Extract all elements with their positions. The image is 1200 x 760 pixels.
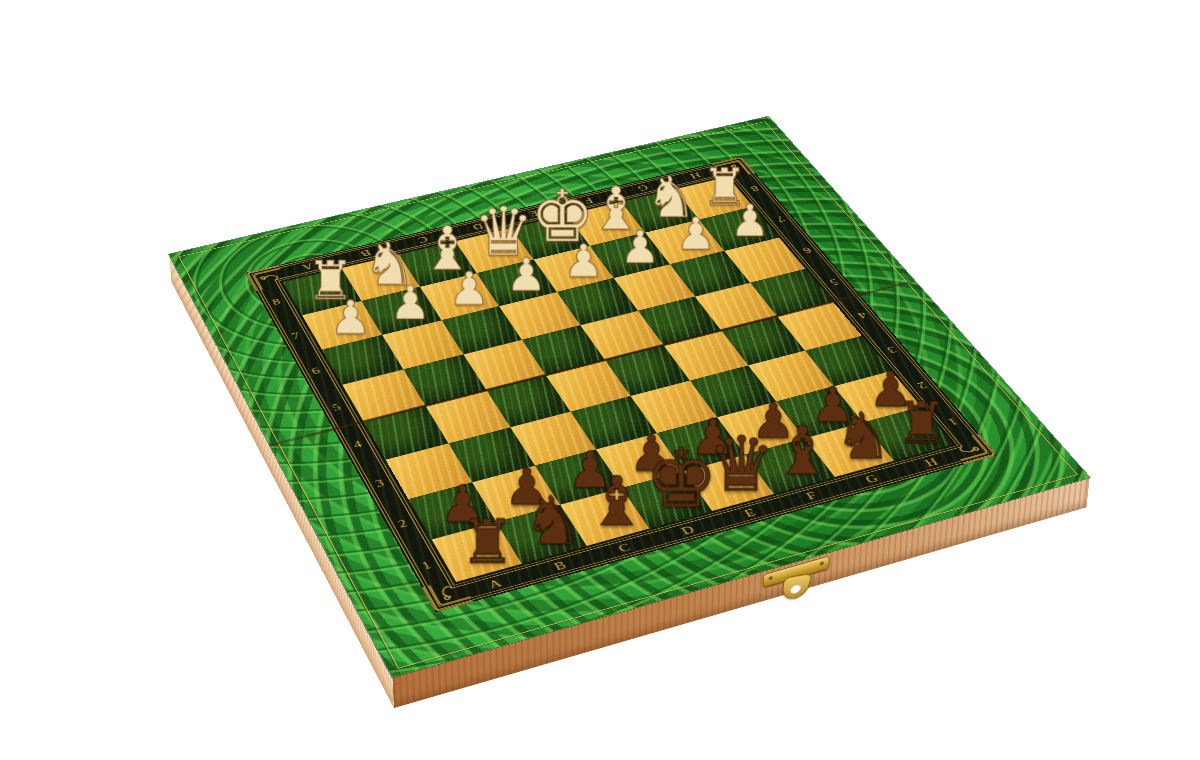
brass-latch[interactable] [762, 554, 836, 608]
rank-label-left-1: 1 [406, 542, 448, 589]
file-label-near-a: A [459, 569, 532, 599]
square-a6[interactable] [322, 335, 403, 385]
square-g6[interactable] [669, 251, 750, 297]
file-label-near-g: G [838, 466, 906, 493]
square-e5[interactable] [580, 311, 663, 360]
rank-label-right-6: 6 [786, 232, 827, 267]
dark-knight-b1[interactable]: ♞ [518, 489, 588, 552]
light-pawn-f7[interactable]: ♟ [609, 226, 670, 269]
light-pawn-b7[interactable]: ♟ [379, 281, 442, 325]
rank-label-right-5: 5 [812, 264, 854, 300]
file-label-near-d: D [653, 516, 723, 544]
light-pawn-d7[interactable]: ♟ [496, 254, 558, 297]
square-c4[interactable] [486, 375, 571, 427]
rank-label-left-5: 5 [318, 387, 355, 428]
dark-rook-a1[interactable]: ♜ [452, 513, 522, 570]
chess-board-grid: ♜♞♝♛♚♝♞♜♟♟♟♟♟♟♟♟♟♟♟♟♟♟♟♟♜♞♝♚♛♝♞♜ [283, 177, 953, 582]
square-d5[interactable] [522, 325, 605, 375]
file-label-near-f: F [777, 482, 846, 510]
file-label-near-b: B [525, 551, 597, 580]
studio-background: ABCDEFGH ABCDEFGH 87654321 87654321 ♜♞♝♛… [0, 0, 1200, 760]
file-label-near-e: E [716, 499, 786, 527]
rank-label-left-4: 4 [339, 424, 377, 466]
dark-bishop-f1[interactable]: ♝ [769, 420, 837, 483]
square-c6[interactable] [441, 306, 522, 355]
chess-box-top: ABCDEFGH ABCDEFGH 87654321 87654321 ♜♞♝♛… [169, 116, 1090, 677]
dark-bishop-c1[interactable]: ♝ [582, 470, 651, 535]
light-pawn-c7[interactable]: ♟ [438, 267, 500, 311]
light-pawn-g7[interactable]: ♟ [665, 213, 726, 255]
light-pawn-a7[interactable]: ♟ [319, 296, 382, 340]
rank-label-left-7: 7 [279, 317, 315, 355]
dark-king-d1[interactable]: ♚ [645, 440, 714, 518]
square-a4[interactable] [364, 406, 449, 460]
dark-rook-h1[interactable]: ♜ [889, 396, 956, 451]
dark-knight-g1[interactable]: ♞ [829, 406, 896, 467]
corner-ornament [414, 573, 480, 618]
product-scene: ABCDEFGH ABCDEFGH 87654321 87654321 ♜♞♝♛… [0, 0, 1200, 760]
light-pawn-e7[interactable]: ♟ [553, 240, 614, 283]
